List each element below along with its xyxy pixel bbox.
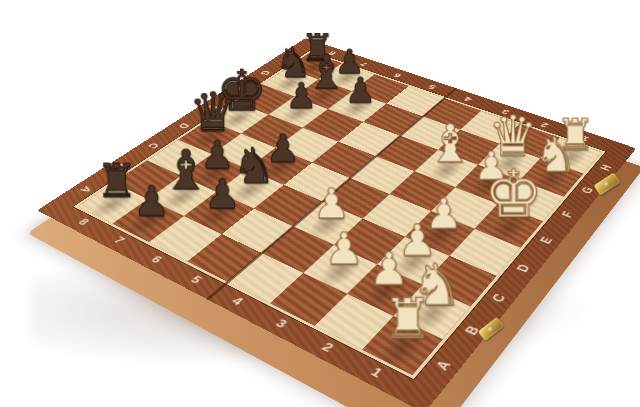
white-king-e1[interactable]: ♚: [481, 164, 545, 227]
coord-label-left-3: 3: [265, 313, 298, 335]
board-grid: ♜♛♚♞♜♟♝♟♟♝♟♟♞♟♟♟♟♝♟♟♟♟♛♜♞♚♞♜: [78, 52, 602, 375]
photo-scene: ♜♛♚♞♜♟♝♟♟♝♟♟♞♟♟♟♟♝♟♟♟♟♛♜♞♚♞♜ AABBCCDDEEF…: [0, 0, 640, 407]
coord-label-left-6: 6: [141, 250, 171, 269]
black-pawn-f7[interactable]: ♟: [274, 79, 328, 113]
coord-label-left-5: 5: [180, 270, 211, 290]
white-pawn-c4[interactable]: ♟: [300, 184, 364, 224]
black-pawn-b6[interactable]: ♟: [191, 175, 254, 214]
coord-label-bot-C: C: [485, 287, 514, 309]
white-rook-a1[interactable]: ♜: [370, 293, 445, 346]
black-queen-d8[interactable]: ♛: [185, 87, 242, 138]
coord-label-left-2: 2: [311, 336, 345, 359]
coord-label-bot-D: D: [510, 258, 538, 278]
black-pawn-g6[interactable]: ♟: [334, 74, 388, 107]
black-pawn-a7[interactable]: ♟: [120, 182, 184, 221]
board-plane: ♜♛♚♞♜♟♝♟♟♝♟♟♞♟♟♟♟♝♟♟♟♟♛♜♞♚♞♜ AABBCCDDEEF…: [37, 38, 636, 407]
coord-label-bot-A: A: [428, 353, 460, 379]
coord-label-left-4: 4: [222, 291, 254, 312]
coord-label-bot-E: E: [533, 231, 559, 250]
coord-label-bot-F: F: [555, 206, 580, 224]
